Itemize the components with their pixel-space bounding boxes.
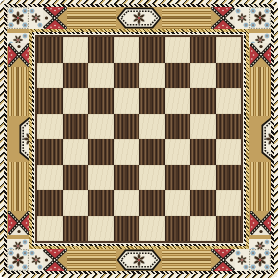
star-medallion-icon <box>19 116 29 162</box>
corner-star-icon <box>249 7 271 29</box>
square-a5[interactable] <box>37 114 63 140</box>
border-edge-right <box>249 29 271 249</box>
flower-tile <box>29 7 43 29</box>
square-a3[interactable] <box>37 165 63 191</box>
square-a2[interactable] <box>37 190 63 216</box>
wood-plank <box>7 67 29 116</box>
flower-tile <box>249 29 271 43</box>
star-medallion <box>249 116 271 162</box>
star-medallion-icon <box>116 7 162 29</box>
border-edge-top <box>29 7 249 29</box>
square-g5[interactable] <box>190 114 216 140</box>
square-f6[interactable] <box>165 88 191 114</box>
wood-plank <box>7 162 29 211</box>
square-d5[interactable] <box>114 114 140 140</box>
wood-plank <box>162 7 211 29</box>
square-d6[interactable] <box>114 88 140 114</box>
flower-tile-icon <box>29 249 43 271</box>
inner-checker-strip <box>32 32 246 246</box>
flower-tile-icon <box>7 239 29 249</box>
red-chevron-x <box>7 211 29 235</box>
square-c1[interactable] <box>88 216 114 242</box>
flower-tile <box>29 249 43 271</box>
square-d2[interactable] <box>114 190 140 216</box>
star-medallion <box>116 7 162 29</box>
red-chevron-x-icon <box>8 211 29 235</box>
square-e6[interactable] <box>139 88 165 114</box>
border-edge-left <box>7 29 29 249</box>
frame-band <box>7 7 271 271</box>
square-d7[interactable] <box>114 63 140 89</box>
square-g2[interactable] <box>190 190 216 216</box>
corner-star-tile-bottom-right <box>249 249 271 271</box>
corner-star-tile-bottom-left <box>7 249 29 271</box>
square-f3[interactable] <box>165 165 191 191</box>
wood-plank <box>162 249 211 271</box>
red-chevron-x-icon <box>250 211 271 235</box>
square-c4[interactable] <box>88 139 114 165</box>
corner-star-icon <box>7 7 29 29</box>
red-chevron-x-icon <box>43 249 67 271</box>
inner-frame-line <box>35 35 243 243</box>
border-edge-bottom <box>29 249 249 271</box>
red-chevron-x <box>7 43 29 67</box>
square-d3[interactable] <box>114 165 140 191</box>
red-chevron-x-icon <box>211 7 235 29</box>
square-c8[interactable] <box>88 37 114 63</box>
corner-star-icon <box>249 249 271 271</box>
inner-frame <box>29 29 249 249</box>
rope-border <box>0 0 278 278</box>
red-chevron-x <box>249 43 271 67</box>
square-b5[interactable] <box>63 114 89 140</box>
square-f8[interactable] <box>165 37 191 63</box>
square-c2[interactable] <box>88 190 114 216</box>
square-h2[interactable] <box>216 190 242 216</box>
square-b3[interactable] <box>63 165 89 191</box>
square-b1[interactable] <box>63 216 89 242</box>
corner-star-icon <box>7 249 29 271</box>
square-g8[interactable] <box>190 37 216 63</box>
wood-plank <box>67 249 116 271</box>
square-d4[interactable] <box>114 139 140 165</box>
square-f1[interactable] <box>165 216 191 242</box>
square-e4[interactable] <box>139 139 165 165</box>
square-g4[interactable] <box>190 139 216 165</box>
square-a8[interactable] <box>37 37 63 63</box>
square-g7[interactable] <box>190 63 216 89</box>
flower-tile-icon <box>29 7 43 29</box>
flower-tile <box>249 235 271 249</box>
square-e8[interactable] <box>139 37 165 63</box>
square-b7[interactable] <box>63 63 89 89</box>
square-h1[interactable] <box>216 216 242 242</box>
star-medallion-icon <box>261 116 271 162</box>
corner-star-tile-top-left <box>7 7 29 29</box>
square-a1[interactable] <box>37 216 63 242</box>
square-b2[interactable] <box>63 190 89 216</box>
board <box>37 37 241 241</box>
gold-zigzag-strip <box>29 29 249 249</box>
square-h8[interactable] <box>216 37 242 63</box>
star-medallion <box>7 116 29 162</box>
red-chevron-x-icon <box>250 43 271 67</box>
flower-tile <box>7 29 29 43</box>
square-a6[interactable] <box>37 88 63 114</box>
square-g3[interactable] <box>190 165 216 191</box>
red-chevron-x-icon <box>211 249 235 271</box>
square-d1[interactable] <box>114 216 140 242</box>
flower-tile <box>235 249 249 271</box>
square-f5[interactable] <box>165 114 191 140</box>
square-e3[interactable] <box>139 165 165 191</box>
square-g1[interactable] <box>190 216 216 242</box>
square-f4[interactable] <box>165 139 191 165</box>
square-h7[interactable] <box>216 63 242 89</box>
red-chevron-x <box>43 7 67 29</box>
square-e5[interactable] <box>139 114 165 140</box>
flower-tile-icon <box>249 239 271 249</box>
square-c6[interactable] <box>88 88 114 114</box>
square-h5[interactable] <box>216 114 242 140</box>
square-h3[interactable] <box>216 165 242 191</box>
square-c3[interactable] <box>88 165 114 191</box>
square-c7[interactable] <box>88 63 114 89</box>
star-medallion-icon <box>116 249 162 271</box>
square-a7[interactable] <box>37 63 63 89</box>
square-e7[interactable] <box>139 63 165 89</box>
red-chevron-x <box>211 7 235 29</box>
square-b6[interactable] <box>63 88 89 114</box>
square-h4[interactable] <box>216 139 242 165</box>
red-chevron-x <box>249 211 271 235</box>
square-b4[interactable] <box>63 139 89 165</box>
corner-star-tile-top-right <box>249 7 271 29</box>
square-b8[interactable] <box>63 37 89 63</box>
inner-white-line <box>34 34 244 244</box>
red-chevron-x-icon <box>43 7 67 29</box>
square-f2[interactable] <box>165 190 191 216</box>
red-chevron-x <box>211 249 235 271</box>
flower-tile-icon <box>235 7 249 29</box>
flower-tile <box>235 7 249 29</box>
wood-plank <box>249 162 271 211</box>
square-a4[interactable] <box>37 139 63 165</box>
square-e1[interactable] <box>139 216 165 242</box>
wood-plank <box>249 67 271 116</box>
chessboard-photo <box>0 0 278 278</box>
wood-plank <box>67 7 116 29</box>
checker-border <box>4 4 274 274</box>
square-g6[interactable] <box>190 88 216 114</box>
square-e2[interactable] <box>139 190 165 216</box>
square-c5[interactable] <box>88 114 114 140</box>
square-h6[interactable] <box>216 88 242 114</box>
square-d8[interactable] <box>114 37 140 63</box>
flower-tile <box>7 235 29 249</box>
flower-tile-icon <box>235 249 249 271</box>
red-chevron-x <box>43 249 67 271</box>
star-medallion <box>116 249 162 271</box>
red-chevron-x-icon <box>8 43 29 67</box>
square-f7[interactable] <box>165 63 191 89</box>
